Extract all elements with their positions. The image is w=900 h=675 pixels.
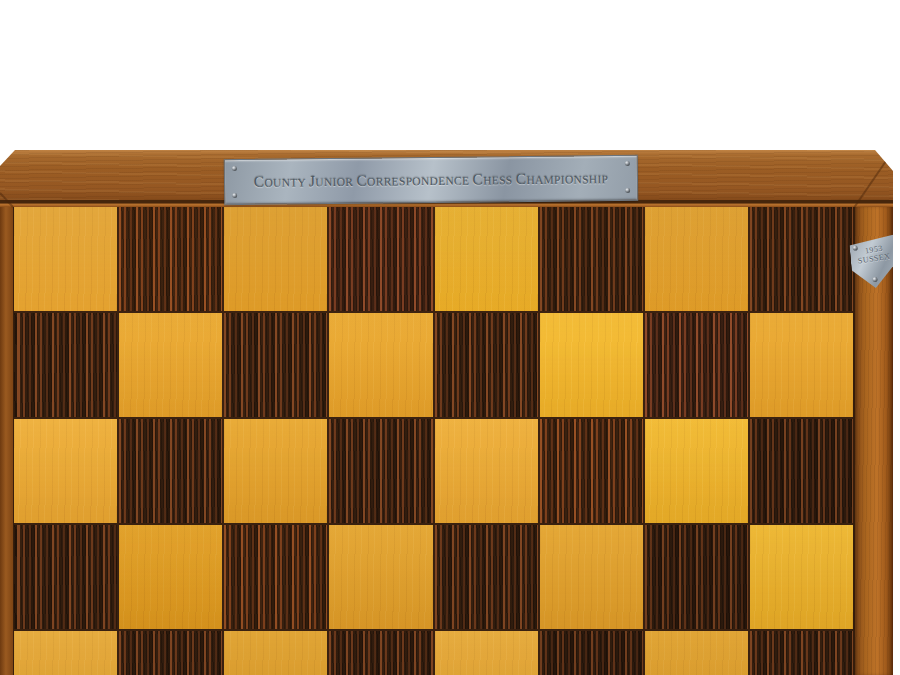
square-a4 [14,631,117,675]
square-e8 [435,207,538,311]
square-d8 [329,207,432,311]
square-c4 [224,631,327,675]
square-b4 [119,631,222,675]
square-c6 [224,419,327,523]
screw-icon [853,245,858,250]
screw-icon [625,188,630,193]
square-e4 [435,631,538,675]
square-c5 [224,525,327,629]
screw-icon [872,277,877,282]
frame-left-rail [0,207,13,675]
square-c7 [224,313,327,417]
square-g8 [645,207,748,311]
square-f6 [540,419,643,523]
square-d6 [329,419,432,523]
square-f4 [540,631,643,675]
square-b5 [119,525,222,629]
square-f5 [540,525,643,629]
square-h4 [750,631,853,675]
square-g4 [645,631,748,675]
square-a7 [14,313,117,417]
screw-icon [625,161,630,166]
square-a5 [14,525,117,629]
badge-county: SUSSEX [857,252,891,266]
square-g5 [645,525,748,629]
square-b7 [119,313,222,417]
board-photo: COUNTY JUNIOR CORRESPONDENCE CHESS CHAMP… [0,0,900,675]
championship-plaque: COUNTY JUNIOR CORRESPONDENCE CHESS CHAMP… [224,155,638,205]
square-d4 [329,631,432,675]
square-h5 [750,525,853,629]
square-c8 [224,207,327,311]
square-d5 [329,525,432,629]
square-e7 [435,313,538,417]
chess-board: COUNTY JUNIOR CORRESPONDENCE CHESS CHAMP… [0,150,893,675]
square-f8 [540,207,643,311]
square-e6 [435,419,538,523]
square-h7 [750,313,853,417]
screw-icon [232,166,237,171]
screw-icon [232,193,237,198]
square-h8 [750,207,853,311]
board-grid [13,207,855,675]
square-f7 [540,313,643,417]
square-g7 [645,313,748,417]
square-a8 [14,207,117,311]
square-b8 [119,207,222,311]
square-b6 [119,419,222,523]
square-d7 [329,313,432,417]
plaque-text: COUNTY JUNIOR CORRESPONDENCE CHESS CHAMP… [254,169,609,191]
square-h6 [750,419,853,523]
square-g6 [645,419,748,523]
square-e5 [435,525,538,629]
square-a6 [14,419,117,523]
